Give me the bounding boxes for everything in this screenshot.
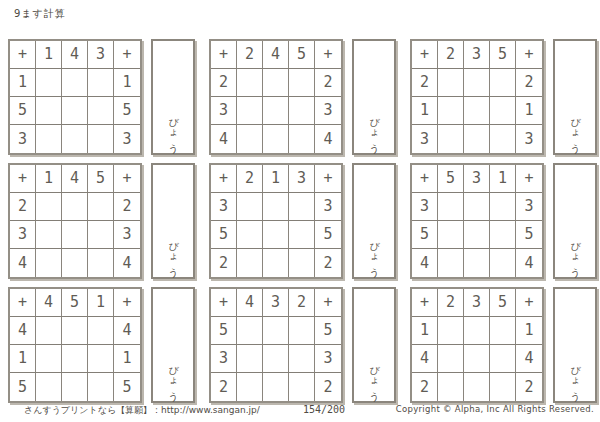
row-header-cell: 5 xyxy=(10,97,36,125)
row-header-cell: 5 xyxy=(211,317,237,345)
row-header-cell: 2 xyxy=(10,193,36,221)
answer-cell xyxy=(263,249,289,277)
plus-operator-cell: + xyxy=(412,41,438,69)
answer-cell xyxy=(438,249,464,277)
timer-label: びょう xyxy=(166,235,180,277)
answer-cell xyxy=(237,221,263,249)
col-header-cell: 3 xyxy=(464,41,490,69)
plus-operator-cell: + xyxy=(412,289,438,317)
answer-cell xyxy=(88,69,114,97)
row-header-cell: 2 xyxy=(211,373,237,401)
timer-box: びょう xyxy=(151,39,195,155)
drill-block: +213+335522びょう xyxy=(209,163,396,279)
answer-cell xyxy=(88,193,114,221)
answer-cell xyxy=(88,249,114,277)
row-header-repeat-cell: 5 xyxy=(315,317,341,345)
answer-cell xyxy=(88,125,114,153)
answer-cell xyxy=(490,125,516,153)
col-header-cell: 4 xyxy=(62,41,88,69)
row-header-cell: 2 xyxy=(412,373,438,401)
drill-block: +235+114422びょう xyxy=(410,287,597,403)
answer-cell xyxy=(88,373,114,401)
answer-cell xyxy=(237,193,263,221)
answer-cell xyxy=(490,97,516,125)
answer-cell xyxy=(62,221,88,249)
row-header-cell: 1 xyxy=(10,345,36,373)
answer-cell xyxy=(464,193,490,221)
answer-cell xyxy=(62,317,88,345)
addition-grid: +143+115533 xyxy=(8,39,142,155)
grids-container: +143+115533びょう+245+223344びょう+235+221133び… xyxy=(8,39,597,403)
addition-grid: +235+221133 xyxy=(410,39,544,155)
timer-box: びょう xyxy=(352,287,396,403)
timer-label: びょう xyxy=(568,111,582,153)
answer-cell xyxy=(490,249,516,277)
answer-cell xyxy=(36,345,62,373)
plus-operator-cell: + xyxy=(315,165,341,193)
row-header-repeat-cell: 3 xyxy=(516,125,542,153)
answer-cell xyxy=(263,317,289,345)
answer-cell xyxy=(36,373,62,401)
answer-cell xyxy=(62,97,88,125)
answer-cell xyxy=(464,69,490,97)
col-header-cell: 3 xyxy=(88,41,114,69)
row-header-cell: 4 xyxy=(211,125,237,153)
answer-cell xyxy=(289,249,315,277)
row-header-cell: 3 xyxy=(412,125,438,153)
answer-cell xyxy=(464,97,490,125)
answer-cell xyxy=(289,193,315,221)
answer-cell xyxy=(438,317,464,345)
answer-cell xyxy=(237,125,263,153)
row-header-repeat-cell: 3 xyxy=(114,125,140,153)
answer-cell xyxy=(490,345,516,373)
col-header-cell: 2 xyxy=(438,41,464,69)
row-header-repeat-cell: 4 xyxy=(114,249,140,277)
plus-operator-cell: + xyxy=(10,41,36,69)
answer-cell xyxy=(289,125,315,153)
row-header-cell: 4 xyxy=(412,249,438,277)
plus-operator-cell: + xyxy=(10,289,36,317)
plus-operator-cell: + xyxy=(114,289,140,317)
addition-grid: +451+441155 xyxy=(8,287,142,403)
row-header-repeat-cell: 2 xyxy=(315,373,341,401)
row-header-repeat-cell: 4 xyxy=(114,317,140,345)
row-header-cell: 5 xyxy=(10,373,36,401)
col-header-cell: 5 xyxy=(62,289,88,317)
row-header-repeat-cell: 5 xyxy=(114,97,140,125)
row-header-repeat-cell: 2 xyxy=(516,69,542,97)
col-header-cell: 5 xyxy=(490,289,516,317)
answer-cell xyxy=(490,317,516,345)
row-header-repeat-cell: 2 xyxy=(315,249,341,277)
row-header-cell: 1 xyxy=(10,69,36,97)
timer-box: びょう xyxy=(151,163,195,279)
row-header-repeat-cell: 4 xyxy=(516,249,542,277)
answer-cell xyxy=(62,345,88,373)
timer-box: びょう xyxy=(352,39,396,155)
answer-cell xyxy=(263,373,289,401)
col-header-cell: 2 xyxy=(237,165,263,193)
col-header-cell: 1 xyxy=(36,41,62,69)
answer-cell xyxy=(263,125,289,153)
answer-cell xyxy=(36,317,62,345)
answer-cell xyxy=(438,125,464,153)
answer-cell xyxy=(490,373,516,401)
row-header-repeat-cell: 1 xyxy=(114,69,140,97)
answer-cell xyxy=(36,69,62,97)
row-header-repeat-cell: 5 xyxy=(516,221,542,249)
answer-cell xyxy=(438,193,464,221)
answer-cell xyxy=(62,193,88,221)
row-header-cell: 1 xyxy=(412,97,438,125)
row-header-repeat-cell: 4 xyxy=(516,345,542,373)
row-header-cell: 2 xyxy=(412,69,438,97)
col-header-cell: 1 xyxy=(490,165,516,193)
plus-operator-cell: + xyxy=(211,41,237,69)
plus-operator-cell: + xyxy=(516,165,542,193)
answer-cell xyxy=(464,373,490,401)
col-header-cell: 3 xyxy=(289,165,315,193)
answer-cell xyxy=(237,97,263,125)
row-header-repeat-cell: 1 xyxy=(516,97,542,125)
timer-box: びょう xyxy=(352,163,396,279)
answer-cell xyxy=(263,97,289,125)
col-header-cell: 2 xyxy=(438,289,464,317)
plus-operator-cell: + xyxy=(114,165,140,193)
row-header-repeat-cell: 3 xyxy=(516,193,542,221)
row-header-repeat-cell: 2 xyxy=(114,193,140,221)
row-header-cell: 3 xyxy=(10,125,36,153)
plus-operator-cell: + xyxy=(516,41,542,69)
answer-cell xyxy=(289,69,315,97)
row-header-cell: 3 xyxy=(412,193,438,221)
addition-grid: +531+335544 xyxy=(410,163,544,279)
row-header-cell: 3 xyxy=(10,221,36,249)
row-header-cell: 2 xyxy=(211,249,237,277)
row-header-cell: 4 xyxy=(10,249,36,277)
answer-cell xyxy=(289,221,315,249)
col-header-cell: 1 xyxy=(36,165,62,193)
row-header-repeat-cell: 4 xyxy=(315,125,341,153)
answer-cell xyxy=(289,97,315,125)
answer-cell xyxy=(237,317,263,345)
col-header-cell: 5 xyxy=(289,41,315,69)
answer-cell xyxy=(237,373,263,401)
answer-cell xyxy=(464,345,490,373)
footer-page-count: 154/200 xyxy=(303,404,345,415)
answer-cell xyxy=(289,345,315,373)
addition-grid: +213+335522 xyxy=(209,163,343,279)
answer-cell xyxy=(36,97,62,125)
timer-label: びょう xyxy=(166,111,180,153)
answer-cell xyxy=(88,97,114,125)
answer-cell xyxy=(88,345,114,373)
footer-site-text: さんすうプリントなら【算願】：http://www.sangan.jp/ xyxy=(24,404,260,417)
answer-cell xyxy=(62,69,88,97)
drill-block: +432+553322びょう xyxy=(209,287,396,403)
answer-cell xyxy=(490,193,516,221)
row-header-cell: 3 xyxy=(211,97,237,125)
addition-grid: +145+223344 xyxy=(8,163,142,279)
row-header-cell: 3 xyxy=(211,345,237,373)
row-header-cell: 2 xyxy=(211,69,237,97)
col-header-cell: 1 xyxy=(263,165,289,193)
col-header-cell: 1 xyxy=(88,289,114,317)
drill-block: +145+223344びょう xyxy=(8,163,195,279)
row-header-repeat-cell: 5 xyxy=(315,221,341,249)
timer-box: びょう xyxy=(151,287,195,403)
plus-operator-cell: + xyxy=(114,41,140,69)
col-header-cell: 5 xyxy=(438,165,464,193)
row-header-repeat-cell: 1 xyxy=(516,317,542,345)
row-header-cell: 4 xyxy=(10,317,36,345)
answer-cell xyxy=(36,125,62,153)
col-header-cell: 3 xyxy=(464,165,490,193)
answer-cell xyxy=(237,69,263,97)
col-header-cell: 2 xyxy=(289,289,315,317)
row-header-cell: 5 xyxy=(211,221,237,249)
timer-label: びょう xyxy=(568,235,582,277)
plus-operator-cell: + xyxy=(315,289,341,317)
drill-block: +451+441155びょう xyxy=(8,287,195,403)
timer-label: びょう xyxy=(166,359,180,401)
answer-cell xyxy=(438,373,464,401)
answer-cell xyxy=(88,221,114,249)
worksheet-title: 9ます計算 xyxy=(14,7,66,21)
answer-cell xyxy=(289,317,315,345)
row-header-repeat-cell: 2 xyxy=(516,373,542,401)
answer-cell xyxy=(438,221,464,249)
answer-cell xyxy=(263,221,289,249)
row-header-cell: 5 xyxy=(412,221,438,249)
col-header-cell: 2 xyxy=(237,41,263,69)
col-header-cell: 5 xyxy=(490,41,516,69)
answer-cell xyxy=(438,69,464,97)
col-header-cell: 4 xyxy=(36,289,62,317)
answer-cell xyxy=(62,125,88,153)
row-header-repeat-cell: 3 xyxy=(114,221,140,249)
row-header-cell: 3 xyxy=(211,193,237,221)
row-header-cell: 4 xyxy=(412,345,438,373)
answer-cell xyxy=(464,317,490,345)
answer-cell xyxy=(62,373,88,401)
row-header-repeat-cell: 3 xyxy=(315,97,341,125)
answer-cell xyxy=(62,249,88,277)
row-header-repeat-cell: 5 xyxy=(114,373,140,401)
drill-block: +531+335544びょう xyxy=(410,163,597,279)
timer-label: びょう xyxy=(568,359,582,401)
answer-cell xyxy=(36,249,62,277)
answer-cell xyxy=(438,97,464,125)
answer-cell xyxy=(263,193,289,221)
answer-cell xyxy=(490,221,516,249)
answer-cell xyxy=(88,317,114,345)
plus-operator-cell: + xyxy=(315,41,341,69)
answer-cell xyxy=(36,193,62,221)
col-header-cell: 4 xyxy=(62,165,88,193)
row-header-repeat-cell: 2 xyxy=(315,69,341,97)
plus-operator-cell: + xyxy=(211,165,237,193)
col-header-cell: 5 xyxy=(88,165,114,193)
answer-cell xyxy=(464,221,490,249)
timer-label: びょう xyxy=(367,235,381,277)
answer-cell xyxy=(438,345,464,373)
row-header-cell: 1 xyxy=(412,317,438,345)
addition-grid: +432+553322 xyxy=(209,287,343,403)
timer-box: びょう xyxy=(553,287,597,403)
col-header-cell: 3 xyxy=(464,289,490,317)
plus-operator-cell: + xyxy=(10,165,36,193)
row-header-repeat-cell: 1 xyxy=(114,345,140,373)
row-header-repeat-cell: 3 xyxy=(315,345,341,373)
answer-cell xyxy=(263,345,289,373)
addition-grid: +235+114422 xyxy=(410,287,544,403)
drill-block: +235+221133びょう xyxy=(410,39,597,155)
answer-cell xyxy=(490,69,516,97)
worksheet-page: 9ます計算 +143+115533びょう+245+223344びょう+235+2… xyxy=(0,0,600,422)
row-header-repeat-cell: 3 xyxy=(315,193,341,221)
answer-cell xyxy=(263,69,289,97)
drill-block: +245+223344びょう xyxy=(209,39,396,155)
answer-cell xyxy=(464,249,490,277)
plus-operator-cell: + xyxy=(412,165,438,193)
col-header-cell: 4 xyxy=(263,41,289,69)
timer-label: びょう xyxy=(367,359,381,401)
timer-box: びょう xyxy=(553,163,597,279)
answer-cell xyxy=(289,373,315,401)
answer-cell xyxy=(36,221,62,249)
plus-operator-cell: + xyxy=(516,289,542,317)
timer-label: びょう xyxy=(367,111,381,153)
col-header-cell: 4 xyxy=(237,289,263,317)
plus-operator-cell: + xyxy=(211,289,237,317)
col-header-cell: 3 xyxy=(263,289,289,317)
answer-cell xyxy=(237,249,263,277)
footer-copyright: Copyright © Alpha, Inc All Rights Reserv… xyxy=(396,404,594,414)
timer-box: びょう xyxy=(553,39,597,155)
drill-block: +143+115533びょう xyxy=(8,39,195,155)
answer-cell xyxy=(237,345,263,373)
addition-grid: +245+223344 xyxy=(209,39,343,155)
answer-cell xyxy=(464,125,490,153)
